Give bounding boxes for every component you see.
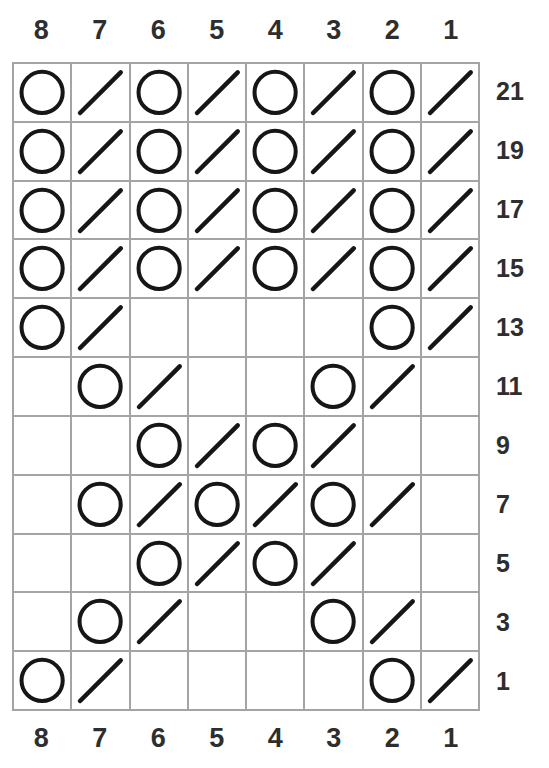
yarn-over-icon — [364, 123, 420, 180]
cell-r7-s1 — [422, 476, 478, 533]
yarn-over-icon — [131, 240, 187, 297]
cell-r11-s4 — [247, 358, 303, 415]
cell-r15-s5 — [189, 240, 245, 297]
decrease-slash-icon — [305, 182, 361, 239]
decrease-slash-icon — [189, 535, 245, 592]
cell-r19-s3 — [305, 123, 361, 180]
cell-r19-s8 — [14, 123, 70, 180]
cell-r11-s7 — [72, 358, 128, 415]
decrease-slash-icon — [72, 64, 128, 121]
row-label-9: 9 — [489, 416, 547, 475]
decrease-slash-icon — [422, 182, 478, 239]
decrease-slash-icon — [305, 535, 361, 592]
decrease-slash-icon — [189, 123, 245, 180]
cell-r7-s2 — [364, 476, 420, 533]
yarn-over-icon — [364, 299, 420, 356]
yarn-over-icon — [131, 535, 187, 592]
row-label-11: 11 — [489, 357, 547, 416]
cell-r1-s4 — [247, 652, 303, 709]
column-label-bottom-2: 2 — [363, 713, 422, 763]
cell-r21-s4 — [247, 64, 303, 121]
yarn-over-icon — [364, 182, 420, 239]
knitting-chart-grid — [12, 62, 480, 711]
yarn-over-icon — [364, 240, 420, 297]
decrease-slash-icon — [72, 240, 128, 297]
cell-r17-s6 — [131, 182, 187, 239]
decrease-slash-icon — [189, 417, 245, 474]
yarn-over-icon — [14, 240, 70, 297]
cell-r3-s1 — [422, 593, 478, 650]
cell-r13-s4 — [247, 299, 303, 356]
column-label-bottom-7: 7 — [71, 713, 130, 763]
cell-r7-s8 — [14, 476, 70, 533]
decrease-slash-icon — [72, 182, 128, 239]
cell-r15-s2 — [364, 240, 420, 297]
yarn-over-icon — [189, 476, 245, 533]
decrease-slash-icon — [72, 652, 128, 709]
decrease-slash-icon — [364, 358, 420, 415]
cell-r13-s3 — [305, 299, 361, 356]
cell-r7-s5 — [189, 476, 245, 533]
yarn-over-icon — [247, 240, 303, 297]
cell-r21-s5 — [189, 64, 245, 121]
cell-r9-s3 — [305, 417, 361, 474]
column-label-top-7: 7 — [71, 5, 130, 55]
yarn-over-icon — [72, 358, 128, 415]
cell-r17-s8 — [14, 182, 70, 239]
decrease-slash-icon — [247, 476, 303, 533]
yarn-over-icon — [72, 593, 128, 650]
row-label-15: 15 — [489, 239, 547, 298]
cell-r9-s4 — [247, 417, 303, 474]
cell-r9-s7 — [72, 417, 128, 474]
yarn-over-icon — [131, 64, 187, 121]
decrease-slash-icon — [422, 240, 478, 297]
cell-r3-s4 — [247, 593, 303, 650]
cell-r19-s6 — [131, 123, 187, 180]
column-label-bottom-1: 1 — [422, 713, 481, 763]
yarn-over-icon — [247, 417, 303, 474]
column-label-top-3: 3 — [305, 5, 364, 55]
cell-r5-s4 — [247, 535, 303, 592]
column-label-top-1: 1 — [422, 5, 481, 55]
cell-r17-s2 — [364, 182, 420, 239]
yarn-over-icon — [305, 593, 361, 650]
yarn-over-icon — [364, 64, 420, 121]
decrease-slash-icon — [131, 593, 187, 650]
decrease-slash-icon — [131, 358, 187, 415]
yarn-over-icon — [14, 123, 70, 180]
cell-r19-s7 — [72, 123, 128, 180]
column-label-bottom-5: 5 — [188, 713, 247, 763]
cell-r1-s1 — [422, 652, 478, 709]
decrease-slash-icon — [422, 652, 478, 709]
column-label-top-8: 8 — [12, 5, 71, 55]
column-label-bottom-6: 6 — [129, 713, 188, 763]
decrease-slash-icon — [131, 476, 187, 533]
cell-r19-s2 — [364, 123, 420, 180]
row-label-1: 1 — [489, 652, 547, 711]
cell-r1-s5 — [189, 652, 245, 709]
cell-r17-s5 — [189, 182, 245, 239]
decrease-slash-icon — [305, 123, 361, 180]
cell-r11-s6 — [131, 358, 187, 415]
cell-r19-s4 — [247, 123, 303, 180]
cell-r11-s3 — [305, 358, 361, 415]
cell-r9-s1 — [422, 417, 478, 474]
cell-r1-s3 — [305, 652, 361, 709]
row-label-13: 13 — [489, 298, 547, 357]
cell-r13-s6 — [131, 299, 187, 356]
cell-r5-s7 — [72, 535, 128, 592]
yarn-over-icon — [247, 123, 303, 180]
cell-r5-s3 — [305, 535, 361, 592]
column-label-bottom-4: 4 — [246, 713, 305, 763]
row-label-17: 17 — [489, 180, 547, 239]
decrease-slash-icon — [364, 593, 420, 650]
decrease-slash-icon — [189, 240, 245, 297]
cell-r1-s7 — [72, 652, 128, 709]
cell-r17-s4 — [247, 182, 303, 239]
column-label-top-2: 2 — [363, 5, 422, 55]
cell-r5-s1 — [422, 535, 478, 592]
cell-r21-s8 — [14, 64, 70, 121]
cell-r13-s5 — [189, 299, 245, 356]
decrease-slash-icon — [422, 123, 478, 180]
cell-r21-s1 — [422, 64, 478, 121]
cell-r17-s1 — [422, 182, 478, 239]
cell-r17-s7 — [72, 182, 128, 239]
yarn-over-icon — [14, 299, 70, 356]
decrease-slash-icon — [305, 417, 361, 474]
cell-r9-s5 — [189, 417, 245, 474]
cell-r13-s7 — [72, 299, 128, 356]
cell-r3-s7 — [72, 593, 128, 650]
cell-r19-s5 — [189, 123, 245, 180]
row-labels-right: 21191715131197531 — [489, 62, 547, 711]
cell-r17-s3 — [305, 182, 361, 239]
cell-r7-s4 — [247, 476, 303, 533]
cell-r13-s8 — [14, 299, 70, 356]
yarn-over-icon — [14, 64, 70, 121]
cell-r11-s1 — [422, 358, 478, 415]
cell-r5-s5 — [189, 535, 245, 592]
cell-r21-s3 — [305, 64, 361, 121]
cell-r5-s2 — [364, 535, 420, 592]
column-label-bottom-8: 8 — [12, 713, 71, 763]
cell-r9-s8 — [14, 417, 70, 474]
column-label-top-5: 5 — [188, 5, 247, 55]
cell-r9-s6 — [131, 417, 187, 474]
row-label-5: 5 — [489, 534, 547, 593]
cell-r21-s2 — [364, 64, 420, 121]
decrease-slash-icon — [305, 240, 361, 297]
decrease-slash-icon — [189, 182, 245, 239]
cell-r3-s3 — [305, 593, 361, 650]
yarn-over-icon — [305, 358, 361, 415]
decrease-slash-icon — [422, 64, 478, 121]
cell-r7-s3 — [305, 476, 361, 533]
row-label-3: 3 — [489, 593, 547, 652]
cell-r3-s2 — [364, 593, 420, 650]
cell-r21-s6 — [131, 64, 187, 121]
row-label-7: 7 — [489, 475, 547, 534]
decrease-slash-icon — [189, 64, 245, 121]
column-labels-top: 87654321 — [12, 5, 480, 55]
column-label-bottom-3: 3 — [305, 713, 364, 763]
cell-r15-s4 — [247, 240, 303, 297]
yarn-over-icon — [14, 182, 70, 239]
cell-r9-s2 — [364, 417, 420, 474]
decrease-slash-icon — [72, 123, 128, 180]
cell-r5-s8 — [14, 535, 70, 592]
cell-r15-s7 — [72, 240, 128, 297]
cell-r7-s6 — [131, 476, 187, 533]
cell-r15-s6 — [131, 240, 187, 297]
cell-r1-s2 — [364, 652, 420, 709]
cell-r11-s2 — [364, 358, 420, 415]
yarn-over-icon — [131, 123, 187, 180]
column-label-top-4: 4 — [246, 5, 305, 55]
cell-r7-s7 — [72, 476, 128, 533]
decrease-slash-icon — [364, 476, 420, 533]
yarn-over-icon — [131, 182, 187, 239]
decrease-slash-icon — [72, 299, 128, 356]
column-labels-bottom: 87654321 — [12, 713, 480, 763]
cell-r15-s3 — [305, 240, 361, 297]
cell-r5-s6 — [131, 535, 187, 592]
yarn-over-icon — [247, 182, 303, 239]
cell-r3-s6 — [131, 593, 187, 650]
yarn-over-icon — [364, 652, 420, 709]
cell-r15-s8 — [14, 240, 70, 297]
yarn-over-icon — [247, 64, 303, 121]
cell-r13-s1 — [422, 299, 478, 356]
cell-r1-s8 — [14, 652, 70, 709]
yarn-over-icon — [247, 535, 303, 592]
yarn-over-icon — [72, 476, 128, 533]
yarn-over-icon — [14, 652, 70, 709]
yarn-over-icon — [305, 476, 361, 533]
decrease-slash-icon — [305, 64, 361, 121]
cell-r3-s8 — [14, 593, 70, 650]
row-label-21: 21 — [489, 62, 547, 121]
cell-r1-s6 — [131, 652, 187, 709]
cell-r15-s1 — [422, 240, 478, 297]
cell-r21-s7 — [72, 64, 128, 121]
cell-r13-s2 — [364, 299, 420, 356]
yarn-over-icon — [131, 417, 187, 474]
decrease-slash-icon — [422, 299, 478, 356]
cell-r3-s5 — [189, 593, 245, 650]
cell-r19-s1 — [422, 123, 478, 180]
cell-r11-s5 — [189, 358, 245, 415]
column-label-top-6: 6 — [129, 5, 188, 55]
row-label-19: 19 — [489, 121, 547, 180]
cell-r11-s8 — [14, 358, 70, 415]
